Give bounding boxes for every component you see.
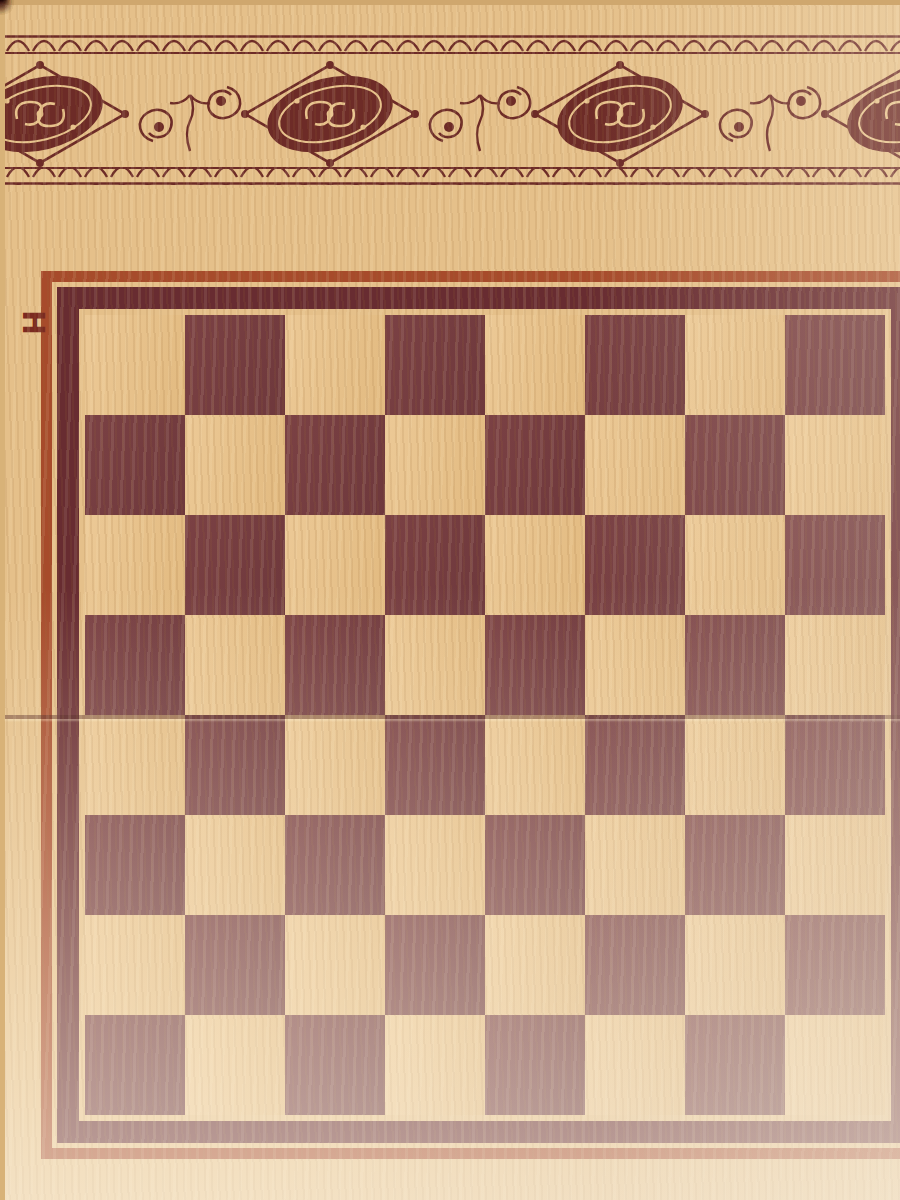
square-g4 xyxy=(185,715,285,815)
square-c3 xyxy=(585,815,685,915)
square-c6 xyxy=(585,515,685,615)
square-a8 xyxy=(785,315,885,415)
square-d3 xyxy=(485,815,585,915)
square-a7 xyxy=(785,415,885,515)
square-g6 xyxy=(185,515,285,615)
square-f5 xyxy=(285,615,385,715)
square-c8 xyxy=(585,315,685,415)
square-f1 xyxy=(285,1015,385,1115)
ornament-strip xyxy=(5,35,900,185)
square-d8 xyxy=(485,315,585,415)
square-h7 xyxy=(85,415,185,515)
square-b8 xyxy=(685,315,785,415)
square-c4 xyxy=(585,715,685,815)
square-c1 xyxy=(585,1015,685,1115)
board-fold-seam xyxy=(5,715,900,719)
square-g8 xyxy=(185,315,285,415)
square-f7 xyxy=(285,415,385,515)
square-e7 xyxy=(385,415,485,515)
square-h6 xyxy=(85,515,185,615)
square-b6 xyxy=(685,515,785,615)
square-a1 xyxy=(785,1015,885,1115)
square-e5 xyxy=(385,615,485,715)
coordinate-label: H xyxy=(16,310,51,335)
square-f4 xyxy=(285,715,385,815)
square-b4 xyxy=(685,715,785,815)
square-a5 xyxy=(785,615,885,715)
square-e2 xyxy=(385,915,485,1015)
square-f6 xyxy=(285,515,385,615)
square-f8 xyxy=(285,315,385,415)
square-d2 xyxy=(485,915,585,1015)
square-c5 xyxy=(585,615,685,715)
square-b1 xyxy=(685,1015,785,1115)
square-h8 xyxy=(85,315,185,415)
square-h4 xyxy=(85,715,185,815)
square-e1 xyxy=(385,1015,485,1115)
square-c7 xyxy=(585,415,685,515)
chess-board: H xyxy=(0,0,900,1200)
square-f3 xyxy=(285,815,385,915)
square-b7 xyxy=(685,415,785,515)
square-d6 xyxy=(485,515,585,615)
square-g3 xyxy=(185,815,285,915)
square-h1 xyxy=(85,1015,185,1115)
square-a4 xyxy=(785,715,885,815)
square-e6 xyxy=(385,515,485,615)
square-d1 xyxy=(485,1015,585,1115)
square-b3 xyxy=(685,815,785,915)
square-a6 xyxy=(785,515,885,615)
square-a3 xyxy=(785,815,885,915)
square-c2 xyxy=(585,915,685,1015)
square-f2 xyxy=(285,915,385,1015)
square-e8 xyxy=(385,315,485,415)
square-d4 xyxy=(485,715,585,815)
square-h5 xyxy=(85,615,185,715)
square-e3 xyxy=(385,815,485,915)
square-g1 xyxy=(185,1015,285,1115)
square-d7 xyxy=(485,415,585,515)
square-e4 xyxy=(385,715,485,815)
square-g7 xyxy=(185,415,285,515)
square-b2 xyxy=(685,915,785,1015)
square-d5 xyxy=(485,615,585,715)
square-b5 xyxy=(685,615,785,715)
square-g5 xyxy=(185,615,285,715)
square-h3 xyxy=(85,815,185,915)
scene: H ♜♞♝♚♛♝♟♟♟♟♟♟♟♟ xyxy=(0,0,900,1200)
square-g2 xyxy=(185,915,285,1015)
square-a2 xyxy=(785,915,885,1015)
square-h2 xyxy=(85,915,185,1015)
